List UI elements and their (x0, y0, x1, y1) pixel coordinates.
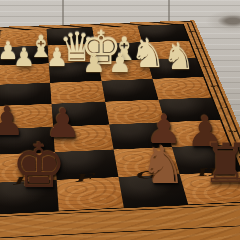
piece-light-pawn-b7[interactable]: ♟ (13, 45, 35, 70)
wall-wood-knot (205, 10, 240, 32)
chess-photo-scene: ABCDEFGH 12345678 ♟♟♝♟♛♚♟♝♟♞♞♟♟♚♟♞♟♜ (0, 0, 240, 240)
piece-light-knight-h7[interactable]: ♞ (163, 39, 195, 75)
piece-dark-king-e1[interactable]: ♚ (11, 135, 67, 197)
piece-light-pawn-d7[interactable]: ♟ (46, 45, 68, 70)
square-g5[interactable] (102, 79, 159, 102)
piece-light-pawn-f7[interactable]: ♟ (108, 50, 131, 76)
piece-light-knight-g8[interactable]: ♞ (130, 33, 166, 73)
piece-dark-rook-h1[interactable]: ♜ (202, 137, 240, 191)
piece-dark-knight-g1[interactable]: ♞ (140, 139, 187, 191)
piece-light-pawn-e7[interactable]: ♟ (82, 50, 105, 76)
square-h5[interactable] (153, 77, 212, 100)
